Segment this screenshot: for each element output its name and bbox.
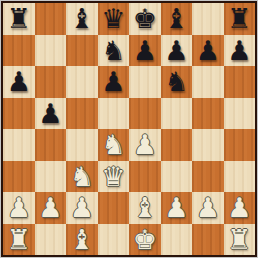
square-g6[interactable] xyxy=(192,66,224,98)
piece-white-pawn[interactable]: ♟ xyxy=(7,192,31,223)
square-f4[interactable] xyxy=(161,129,193,161)
piece-black-pawn[interactable]: ♟ xyxy=(101,66,125,97)
piece-white-knight[interactable]: ♞ xyxy=(70,161,94,192)
piece-black-bishop[interactable]: ♝ xyxy=(164,3,188,34)
square-e7[interactable]: ♟ xyxy=(129,35,161,67)
square-a2[interactable]: ♟ xyxy=(3,192,35,224)
square-a7[interactable] xyxy=(3,35,35,67)
square-g5[interactable] xyxy=(192,98,224,130)
square-b8[interactable] xyxy=(35,3,67,35)
square-c1[interactable]: ♝ xyxy=(66,224,98,256)
square-e8[interactable]: ♚ xyxy=(129,3,161,35)
piece-white-bishop[interactable]: ♝ xyxy=(70,224,94,255)
piece-white-queen[interactable]: ♛ xyxy=(101,161,125,192)
square-c3[interactable]: ♞ xyxy=(66,161,98,193)
square-a3[interactable] xyxy=(3,161,35,193)
square-h6[interactable] xyxy=(224,66,256,98)
square-c5[interactable] xyxy=(66,98,98,130)
square-c8[interactable]: ♝ xyxy=(66,3,98,35)
square-c6[interactable] xyxy=(66,66,98,98)
square-h8[interactable]: ♜ xyxy=(224,3,256,35)
square-a6[interactable]: ♟ xyxy=(3,66,35,98)
square-b7[interactable] xyxy=(35,35,67,67)
square-b4[interactable] xyxy=(35,129,67,161)
square-h5[interactable] xyxy=(224,98,256,130)
square-g7[interactable]: ♟ xyxy=(192,35,224,67)
piece-black-pawn[interactable]: ♟ xyxy=(38,98,62,129)
piece-black-queen[interactable]: ♛ xyxy=(101,3,125,34)
square-e4[interactable]: ♟ xyxy=(129,129,161,161)
square-b1[interactable] xyxy=(35,224,67,256)
square-a8[interactable]: ♜ xyxy=(3,3,35,35)
square-a4[interactable] xyxy=(3,129,35,161)
piece-white-pawn[interactable]: ♟ xyxy=(196,192,220,223)
square-h4[interactable] xyxy=(224,129,256,161)
piece-white-pawn[interactable]: ♟ xyxy=(133,129,157,160)
square-f6[interactable]: ♞ xyxy=(161,66,193,98)
chess-board: ♜♝♛♚♝♜♞♟♟♟♟♟♟♞♟♞♟♞♛♟♟♟♝♟♟♟♜♝♚♜ xyxy=(3,3,255,255)
piece-black-knight[interactable]: ♞ xyxy=(164,66,188,97)
square-g1[interactable] xyxy=(192,224,224,256)
square-e5[interactable] xyxy=(129,98,161,130)
square-f2[interactable]: ♟ xyxy=(161,192,193,224)
square-d4[interactable]: ♞ xyxy=(98,129,130,161)
piece-black-rook[interactable]: ♜ xyxy=(7,3,31,34)
square-h2[interactable]: ♟ xyxy=(224,192,256,224)
square-c4[interactable] xyxy=(66,129,98,161)
piece-black-pawn[interactable]: ♟ xyxy=(164,35,188,66)
piece-white-king[interactable]: ♚ xyxy=(133,224,157,255)
square-b3[interactable] xyxy=(35,161,67,193)
square-d3[interactable]: ♛ xyxy=(98,161,130,193)
square-h3[interactable] xyxy=(224,161,256,193)
square-f3[interactable] xyxy=(161,161,193,193)
square-d6[interactable]: ♟ xyxy=(98,66,130,98)
square-h7[interactable]: ♟ xyxy=(224,35,256,67)
piece-black-pawn[interactable]: ♟ xyxy=(227,35,251,66)
square-f5[interactable] xyxy=(161,98,193,130)
piece-black-pawn[interactable]: ♟ xyxy=(133,35,157,66)
piece-black-pawn[interactable]: ♟ xyxy=(7,66,31,97)
square-g2[interactable]: ♟ xyxy=(192,192,224,224)
square-e1[interactable]: ♚ xyxy=(129,224,161,256)
square-d5[interactable] xyxy=(98,98,130,130)
square-b5[interactable]: ♟ xyxy=(35,98,67,130)
piece-black-king[interactable]: ♚ xyxy=(133,3,157,34)
piece-black-knight[interactable]: ♞ xyxy=(101,35,125,66)
square-e3[interactable] xyxy=(129,161,161,193)
chess-board-frame: ♜♝♛♚♝♜♞♟♟♟♟♟♟♞♟♞♟♞♛♟♟♟♝♟♟♟♜♝♚♜ xyxy=(0,0,258,258)
square-d1[interactable] xyxy=(98,224,130,256)
square-e2[interactable]: ♝ xyxy=(129,192,161,224)
piece-white-pawn[interactable]: ♟ xyxy=(164,192,188,223)
square-g3[interactable] xyxy=(192,161,224,193)
piece-black-bishop[interactable]: ♝ xyxy=(70,3,94,34)
piece-white-knight[interactable]: ♞ xyxy=(101,129,125,160)
square-b2[interactable]: ♟ xyxy=(35,192,67,224)
piece-white-rook[interactable]: ♜ xyxy=(227,224,251,255)
square-f8[interactable]: ♝ xyxy=(161,3,193,35)
square-c7[interactable] xyxy=(66,35,98,67)
square-f7[interactable]: ♟ xyxy=(161,35,193,67)
piece-white-pawn[interactable]: ♟ xyxy=(227,192,251,223)
square-g8[interactable] xyxy=(192,3,224,35)
piece-white-pawn[interactable]: ♟ xyxy=(70,192,94,223)
square-a1[interactable]: ♜ xyxy=(3,224,35,256)
piece-white-bishop[interactable]: ♝ xyxy=(133,192,157,223)
piece-white-rook[interactable]: ♜ xyxy=(7,224,31,255)
piece-black-rook[interactable]: ♜ xyxy=(227,3,251,34)
square-a5[interactable] xyxy=(3,98,35,130)
square-f1[interactable] xyxy=(161,224,193,256)
square-d8[interactable]: ♛ xyxy=(98,3,130,35)
square-h1[interactable]: ♜ xyxy=(224,224,256,256)
square-c2[interactable]: ♟ xyxy=(66,192,98,224)
square-b6[interactable] xyxy=(35,66,67,98)
square-d7[interactable]: ♞ xyxy=(98,35,130,67)
piece-black-pawn[interactable]: ♟ xyxy=(196,35,220,66)
square-e6[interactable] xyxy=(129,66,161,98)
square-g4[interactable] xyxy=(192,129,224,161)
piece-white-pawn[interactable]: ♟ xyxy=(38,192,62,223)
square-d2[interactable] xyxy=(98,192,130,224)
